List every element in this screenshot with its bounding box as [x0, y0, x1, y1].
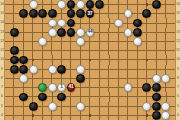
intersection[interactable]	[9, 0, 18, 9]
intersection[interactable]	[28, 92, 37, 101]
intersection[interactable]	[123, 102, 132, 111]
intersection[interactable]	[85, 46, 94, 55]
intersection[interactable]	[47, 111, 56, 120]
intersection[interactable]	[19, 74, 28, 83]
white-stone	[48, 102, 57, 111]
black-stone	[67, 9, 76, 18]
black-stone	[86, 0, 95, 9]
intersection[interactable]	[133, 37, 142, 46]
intersection[interactable]	[123, 111, 132, 120]
intersection[interactable]	[76, 65, 85, 74]
intersection[interactable]	[114, 74, 123, 83]
black-stone	[19, 65, 28, 74]
intersection[interactable]	[66, 28, 75, 37]
row-coordinate-label: 9	[0, 65, 4, 74]
intersection[interactable]	[104, 0, 113, 9]
intersection[interactable]	[9, 83, 18, 92]
intersection[interactable]	[123, 28, 132, 37]
black-stone	[38, 9, 47, 18]
intersection[interactable]	[47, 28, 56, 37]
intersection[interactable]	[104, 28, 113, 37]
row-coordinate-label: 14	[176, 18, 180, 27]
intersection[interactable]	[9, 92, 18, 101]
intersection[interactable]	[133, 65, 142, 74]
intersection[interactable]	[95, 65, 104, 74]
black-stone	[19, 93, 28, 102]
intersection[interactable]	[19, 65, 28, 74]
black-stone	[67, 0, 76, 9]
intersection[interactable]	[114, 9, 123, 18]
black-stone	[152, 83, 161, 92]
intersection[interactable]	[133, 46, 142, 55]
intersection[interactable]	[47, 0, 56, 9]
black-stone	[29, 102, 38, 111]
intersection[interactable]	[104, 74, 113, 83]
intersection[interactable]	[95, 92, 104, 101]
intersection[interactable]	[76, 9, 85, 18]
intersection[interactable]	[161, 28, 170, 37]
intersection[interactable]	[76, 37, 85, 46]
intersection[interactable]	[104, 65, 113, 74]
intersection[interactable]	[142, 55, 151, 64]
intersection[interactable]	[66, 102, 75, 111]
intersection[interactable]	[133, 55, 142, 64]
white-stone	[38, 37, 47, 46]
intersection[interactable]	[9, 65, 18, 74]
intersection[interactable]	[161, 102, 170, 111]
row-coordinate-label: 4	[176, 111, 180, 120]
white-stone	[57, 19, 66, 28]
intersection[interactable]	[114, 46, 123, 55]
intersection[interactable]	[133, 83, 142, 92]
intersection[interactable]	[38, 74, 47, 83]
intersection[interactable]	[76, 18, 85, 27]
intersection[interactable]	[114, 92, 123, 101]
intersection[interactable]	[66, 65, 75, 74]
intersection[interactable]	[28, 83, 37, 92]
intersection[interactable]	[133, 74, 142, 83]
intersection[interactable]	[161, 111, 170, 120]
white-stone	[29, 0, 38, 9]
black-stone	[76, 9, 85, 18]
intersection[interactable]	[38, 9, 47, 18]
intersection[interactable]	[114, 18, 123, 27]
intersection[interactable]	[57, 18, 66, 27]
white-stone	[76, 0, 85, 9]
intersection[interactable]	[161, 65, 170, 74]
green-marker-stone	[38, 83, 47, 92]
intersection[interactable]	[66, 46, 75, 55]
intersection[interactable]	[19, 0, 28, 9]
intersection[interactable]	[57, 9, 66, 18]
intersection[interactable]	[104, 111, 113, 120]
intersection[interactable]	[76, 28, 85, 37]
intersection[interactable]	[9, 9, 18, 18]
white-stone	[48, 65, 57, 74]
intersection[interactable]	[85, 18, 94, 27]
intersection[interactable]	[38, 28, 47, 37]
row-coordinate-label: 16	[176, 0, 180, 9]
intersection[interactable]: 44	[85, 28, 94, 37]
intersection[interactable]	[142, 18, 151, 27]
intersection[interactable]	[142, 92, 151, 101]
white-stone	[29, 65, 38, 74]
intersection[interactable]	[95, 0, 104, 9]
red-highlight-stone-numbered: 41	[67, 83, 76, 92]
black-stone	[19, 9, 28, 18]
intersection[interactable]	[66, 111, 75, 120]
intersection[interactable]	[38, 55, 47, 64]
black-stone	[57, 28, 66, 37]
intersection[interactable]	[85, 102, 94, 111]
row-coordinate-label: 16	[0, 0, 4, 9]
intersection[interactable]	[142, 37, 151, 46]
intersection[interactable]	[161, 9, 170, 18]
row-coordinate-label: 5	[0, 102, 4, 111]
intersection[interactable]	[38, 92, 47, 101]
intersection[interactable]	[114, 37, 123, 46]
intersection[interactable]	[142, 28, 151, 37]
row-coordinate-label: 10	[176, 55, 180, 64]
white-stone	[161, 111, 170, 120]
row-coordinate-label: 6	[0, 92, 4, 101]
intersection[interactable]	[66, 37, 75, 46]
intersection[interactable]	[85, 111, 94, 120]
white-stone	[76, 65, 85, 74]
intersection[interactable]	[95, 18, 104, 27]
intersection[interactable]	[76, 74, 85, 83]
intersection[interactable]	[76, 83, 85, 92]
intersection[interactable]	[47, 18, 56, 27]
intersection[interactable]	[19, 9, 28, 18]
intersection[interactable]	[142, 83, 151, 92]
intersection[interactable]	[161, 46, 170, 55]
intersection[interactable]	[38, 0, 47, 9]
intersection[interactable]	[104, 37, 113, 46]
intersection[interactable]	[9, 111, 18, 120]
intersection[interactable]	[142, 111, 151, 120]
intersection[interactable]	[95, 111, 104, 120]
intersection[interactable]	[66, 9, 75, 18]
intersection[interactable]	[161, 74, 170, 83]
black-stone	[133, 19, 142, 28]
intersection[interactable]	[133, 102, 142, 111]
intersection[interactable]	[123, 65, 132, 74]
intersection[interactable]	[9, 102, 18, 111]
intersection[interactable]	[95, 55, 104, 64]
black-stone-numbered: 37	[86, 9, 95, 18]
row-coordinate-label: 15	[176, 9, 180, 18]
intersection[interactable]	[123, 18, 132, 27]
intersection[interactable]	[85, 55, 94, 64]
row-coordinate-label: 5	[176, 102, 180, 111]
intersection[interactable]: 41	[66, 83, 75, 92]
intersection[interactable]	[38, 102, 47, 111]
intersection[interactable]	[9, 55, 18, 64]
intersection[interactable]	[161, 18, 170, 27]
intersection[interactable]	[142, 46, 151, 55]
intersection[interactable]: 37	[85, 9, 94, 18]
intersection[interactable]	[57, 0, 66, 9]
intersection[interactable]	[152, 102, 161, 111]
intersection[interactable]	[123, 37, 132, 46]
intersection[interactable]	[104, 18, 113, 27]
intersection[interactable]	[38, 83, 47, 92]
intersection[interactable]	[95, 37, 104, 46]
intersection[interactable]	[9, 46, 18, 55]
row-coordinate-label: 13	[176, 28, 180, 37]
intersection[interactable]	[123, 92, 132, 101]
intersection[interactable]	[28, 9, 37, 18]
row-coordinate-label: 12	[0, 37, 4, 46]
intersection[interactable]	[9, 37, 18, 46]
intersection[interactable]	[95, 46, 104, 55]
intersection[interactable]	[76, 55, 85, 64]
intersection[interactable]	[152, 28, 161, 37]
intersection[interactable]	[161, 83, 170, 92]
black-stone	[29, 9, 38, 18]
intersection[interactable]	[114, 28, 123, 37]
white-stone	[142, 102, 151, 111]
intersection[interactable]	[152, 37, 161, 46]
intersection[interactable]	[104, 83, 113, 92]
intersection[interactable]	[38, 111, 47, 120]
intersection[interactable]	[28, 55, 37, 64]
go-board-grid[interactable]: 3744141	[0, 0, 180, 120]
intersection[interactable]	[28, 65, 37, 74]
black-stone	[38, 93, 47, 102]
intersection[interactable]	[123, 46, 132, 55]
row-coordinate-label: 7	[176, 83, 180, 92]
intersection[interactable]	[152, 18, 161, 27]
black-stone	[10, 28, 19, 37]
intersection[interactable]: 1	[57, 83, 66, 92]
intersection[interactable]	[66, 74, 75, 83]
intersection[interactable]	[114, 102, 123, 111]
intersection[interactable]	[123, 9, 132, 18]
intersection[interactable]	[19, 37, 28, 46]
intersection[interactable]	[38, 18, 47, 27]
intersection[interactable]	[152, 46, 161, 55]
intersection[interactable]	[66, 0, 75, 9]
intersection[interactable]	[19, 28, 28, 37]
row-coordinate-label: 12	[176, 37, 180, 46]
intersection[interactable]	[47, 37, 56, 46]
black-stone	[48, 9, 57, 18]
black-stone	[142, 9, 151, 18]
intersection[interactable]	[142, 65, 151, 74]
white-stone	[124, 83, 133, 92]
row-coordinate-label: 11	[0, 46, 4, 55]
intersection[interactable]	[57, 46, 66, 55]
intersection[interactable]	[76, 92, 85, 101]
intersection[interactable]	[161, 55, 170, 64]
intersection[interactable]	[57, 37, 66, 46]
row-coordinate-label: 11	[176, 46, 180, 55]
intersection[interactable]	[28, 28, 37, 37]
intersection[interactable]	[28, 102, 37, 111]
black-stone	[152, 0, 161, 9]
intersection[interactable]	[114, 55, 123, 64]
black-stone	[76, 74, 85, 83]
intersection[interactable]	[95, 102, 104, 111]
intersection[interactable]	[142, 9, 151, 18]
row-coordinate-label: 13	[0, 28, 4, 37]
intersection[interactable]	[19, 83, 28, 92]
star-point	[32, 114, 35, 117]
intersection[interactable]	[66, 18, 75, 27]
intersection[interactable]	[95, 74, 104, 83]
white-stone	[76, 102, 85, 111]
intersection[interactable]	[123, 83, 132, 92]
intersection[interactable]	[152, 0, 161, 9]
intersection[interactable]	[19, 46, 28, 55]
intersection[interactable]	[19, 92, 28, 101]
black-stone	[57, 93, 66, 102]
intersection[interactable]	[28, 18, 37, 27]
intersection[interactable]	[114, 83, 123, 92]
intersection[interactable]	[114, 65, 123, 74]
intersection[interactable]	[57, 111, 66, 120]
right-coordinate-strip: 16151413121110987654	[175, 0, 180, 120]
intersection[interactable]	[161, 37, 170, 46]
intersection[interactable]	[152, 9, 161, 18]
intersection[interactable]	[85, 83, 94, 92]
row-coordinate-label: 8	[0, 74, 4, 83]
intersection[interactable]	[85, 37, 94, 46]
intersection[interactable]	[133, 18, 142, 27]
intersection[interactable]	[152, 111, 161, 120]
intersection[interactable]	[161, 0, 170, 9]
intersection[interactable]	[85, 74, 94, 83]
intersection[interactable]	[57, 92, 66, 101]
intersection[interactable]	[9, 18, 18, 27]
intersection[interactable]	[57, 55, 66, 64]
white-stone	[48, 83, 57, 92]
intersection[interactable]	[19, 55, 28, 64]
intersection[interactable]	[133, 28, 142, 37]
intersection[interactable]	[76, 0, 85, 9]
intersection[interactable]	[76, 46, 85, 55]
intersection[interactable]	[47, 83, 56, 92]
intersection[interactable]	[47, 46, 56, 55]
intersection[interactable]	[9, 28, 18, 37]
intersection[interactable]	[85, 0, 94, 9]
intersection[interactable]	[76, 102, 85, 111]
intersection[interactable]	[38, 37, 47, 46]
row-coordinate-label: 10	[0, 55, 4, 64]
black-stone	[152, 111, 161, 120]
white-stone	[124, 28, 133, 37]
intersection[interactable]	[28, 46, 37, 55]
intersection[interactable]	[76, 111, 85, 120]
intersection[interactable]	[142, 74, 151, 83]
white-stone	[57, 0, 66, 9]
black-stone	[19, 56, 28, 65]
intersection[interactable]	[28, 0, 37, 9]
white-stone	[133, 37, 142, 46]
white-stone-numbered: 1	[57, 83, 66, 92]
intersection[interactable]	[152, 55, 161, 64]
intersection[interactable]	[142, 0, 151, 9]
intersection[interactable]	[38, 46, 47, 55]
intersection[interactable]	[114, 111, 123, 120]
row-coordinate-label: 4	[0, 111, 4, 120]
intersection[interactable]	[57, 65, 66, 74]
intersection[interactable]	[95, 83, 104, 92]
intersection[interactable]	[57, 102, 66, 111]
intersection[interactable]	[95, 28, 104, 37]
intersection[interactable]	[66, 92, 75, 101]
intersection[interactable]	[57, 28, 66, 37]
intersection[interactable]	[19, 111, 28, 120]
intersection[interactable]	[152, 74, 161, 83]
white-stone	[161, 74, 170, 83]
intersection[interactable]	[85, 92, 94, 101]
intersection[interactable]	[133, 92, 142, 101]
intersection[interactable]	[161, 92, 170, 101]
black-stone	[67, 28, 76, 37]
black-stone	[152, 102, 161, 111]
intersection[interactable]	[47, 92, 56, 101]
intersection[interactable]	[66, 55, 75, 64]
intersection[interactable]	[133, 0, 142, 9]
intersection[interactable]	[142, 102, 151, 111]
intersection[interactable]	[47, 9, 56, 18]
intersection[interactable]	[123, 74, 132, 83]
intersection[interactable]	[47, 55, 56, 64]
row-coordinate-label: 14	[0, 18, 4, 27]
intersection[interactable]	[9, 74, 18, 83]
intersection[interactable]	[104, 9, 113, 18]
intersection[interactable]	[123, 55, 132, 64]
intersection[interactable]	[19, 102, 28, 111]
intersection[interactable]	[85, 65, 94, 74]
intersection[interactable]	[47, 74, 56, 83]
intersection[interactable]	[104, 55, 113, 64]
intersection[interactable]	[152, 65, 161, 74]
intersection[interactable]	[95, 9, 104, 18]
white-stone	[114, 19, 123, 28]
intersection[interactable]	[133, 9, 142, 18]
intersection[interactable]	[28, 111, 37, 120]
intersection[interactable]	[114, 0, 123, 9]
intersection[interactable]	[123, 0, 132, 9]
intersection[interactable]	[28, 74, 37, 83]
black-stone	[95, 0, 104, 9]
intersection[interactable]	[104, 102, 113, 111]
white-stone	[152, 74, 161, 83]
intersection[interactable]	[47, 65, 56, 74]
white-stone	[48, 19, 57, 28]
go-board-wrap: 16151413121110987654 3744141 16151413121…	[0, 0, 180, 120]
intersection[interactable]	[47, 102, 56, 111]
intersection[interactable]	[57, 74, 66, 83]
intersection[interactable]	[104, 46, 113, 55]
intersection[interactable]	[38, 65, 47, 74]
intersection[interactable]	[152, 92, 161, 101]
intersection[interactable]	[19, 18, 28, 27]
black-stone	[57, 65, 66, 74]
intersection[interactable]	[28, 37, 37, 46]
black-stone	[10, 56, 19, 65]
star-point	[32, 59, 35, 62]
white-stone	[161, 102, 170, 111]
intersection[interactable]	[133, 111, 142, 120]
row-coordinate-label: 9	[176, 65, 180, 74]
intersection[interactable]	[152, 83, 161, 92]
intersection[interactable]	[104, 92, 113, 101]
